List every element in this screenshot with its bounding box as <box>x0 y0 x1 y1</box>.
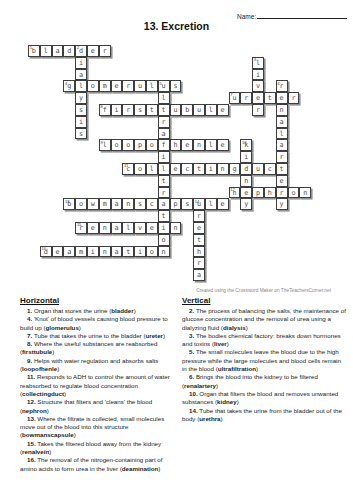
cell-letter: l <box>103 142 107 149</box>
cell-letter: a <box>162 131 166 138</box>
grid-cell[interactable]: v <box>252 80 264 92</box>
grid-cell[interactable]: a <box>158 198 170 210</box>
cell-letter: t <box>162 178 166 185</box>
cell-letter: t <box>150 107 154 114</box>
cell-letter: l <box>44 48 48 55</box>
grid-cell[interactable]: a <box>276 116 288 128</box>
grid-cell[interactable]: i <box>111 104 123 116</box>
grid-cell[interactable]: r <box>193 210 205 222</box>
cell-letter: b <box>185 107 189 114</box>
grid-cell[interactable]: g <box>229 163 241 175</box>
cell-letter: l <box>209 201 213 208</box>
grid-cell[interactable]: p <box>134 139 146 151</box>
grid-cell[interactable]: 3l <box>252 57 264 69</box>
grid-cell[interactable]: p <box>170 198 182 210</box>
grid-cell[interactable]: n <box>170 222 182 234</box>
cell-letter: o <box>126 142 130 149</box>
grid-cell[interactable]: l <box>146 163 158 175</box>
grid-cell[interactable]: r <box>158 116 170 128</box>
cell-letter: i <box>79 119 83 126</box>
grid-cell[interactable]: e <box>276 92 288 104</box>
clue-number: 9 <box>100 141 102 145</box>
cell-letter: i <box>138 249 142 256</box>
clue-item: 4. 'Knot' of blood vessels causing blood… <box>20 315 178 332</box>
grid-cell[interactable]: t <box>122 246 134 258</box>
clue-number: 16 <box>41 247 45 251</box>
clue-item: 16. The removal of the nitrogen-containi… <box>20 456 178 473</box>
cell-letter: n <box>221 166 225 173</box>
grid-cell[interactable]: t <box>158 104 170 116</box>
cell-letter: r <box>126 107 130 114</box>
cell-letter: e <box>91 225 95 232</box>
cell-letter: m <box>79 249 83 256</box>
grid-cell[interactable]: m <box>75 246 87 258</box>
grid-cell[interactable]: i <box>240 151 252 163</box>
horizontal-clues: Horizontal 1. Organ that stores the urin… <box>20 296 178 473</box>
grid-cell[interactable]: t <box>158 175 170 187</box>
cell-letter: o <box>291 190 295 197</box>
grid-cell[interactable]: l <box>158 163 170 175</box>
grid-cell[interactable]: c <box>181 163 193 175</box>
cell-letter: u <box>138 83 142 90</box>
grid-cell[interactable]: p <box>252 187 264 199</box>
grid-cell[interactable]: c <box>146 198 158 210</box>
grid-cell[interactable]: 15r <box>75 222 87 234</box>
cell-letter: t <box>162 213 166 220</box>
cell-letter: h <box>173 142 177 149</box>
grid-cell[interactable]: v <box>134 222 146 234</box>
clue-item: 9. Helps with water regulation and absor… <box>20 357 178 374</box>
grid-cell[interactable]: i <box>87 246 99 258</box>
cell-letter: l <box>280 131 284 138</box>
cell-letter: o <box>91 83 95 90</box>
grid-cell[interactable]: l <box>205 198 217 210</box>
cell-letter: f <box>162 142 166 149</box>
grid-cell[interactable]: e <box>170 163 182 175</box>
grid-cell[interactable]: i <box>158 151 170 163</box>
grid-cell[interactable]: o <box>122 139 134 151</box>
grid-cell[interactable]: s <box>75 104 87 116</box>
cell-letter: s <box>173 83 177 90</box>
cell-letter: e <box>221 107 225 114</box>
grid-cell[interactable]: e <box>87 45 99 57</box>
cell-letter: s <box>185 201 189 208</box>
grid-cell[interactable]: m <box>99 198 111 210</box>
grid-cell[interactable]: l <box>158 92 170 104</box>
grid-cell[interactable]: n <box>99 246 111 258</box>
grid-cell[interactable]: 10k <box>240 139 252 151</box>
grid-cell[interactable]: a <box>63 246 75 258</box>
cell-letter: e <box>221 142 225 149</box>
grid-cell[interactable]: i <box>75 116 87 128</box>
grid-cell[interactable]: 1b <box>28 45 40 57</box>
cell-letter: i <box>256 72 260 79</box>
grid-cell[interactable]: l <box>40 45 52 57</box>
clue-number: 7 <box>230 93 232 97</box>
clue-number: 2 <box>77 46 79 50</box>
cell-letter: r <box>103 48 107 55</box>
cell-letter: l <box>162 166 166 173</box>
cell-letter: n <box>162 249 166 256</box>
grid-cell[interactable]: 9l <box>99 139 111 151</box>
cell-letter: p <box>173 201 177 208</box>
cell-letter: t <box>280 166 284 173</box>
cell-letter: n <box>197 142 201 149</box>
cell-letter: s <box>79 131 83 138</box>
cell-letter: l <box>256 60 260 67</box>
clue-number: 1 <box>30 46 32 50</box>
cell-letter: l <box>150 166 154 173</box>
cell-letter: t <box>197 166 201 173</box>
cell-letter: n <box>244 178 248 185</box>
grid-cell[interactable]: e <box>217 104 229 116</box>
cell-letter: r <box>280 190 284 197</box>
grid-cell[interactable]: s <box>170 80 182 92</box>
grid-cell[interactable]: r <box>99 45 111 57</box>
clue-item: 1. Organ that stores the urine (bladder) <box>20 307 178 315</box>
name-label: Name: <box>237 13 256 20</box>
grid-cell[interactable]: e <box>217 139 229 151</box>
cell-letter: e <box>114 83 118 90</box>
cell-letter: r <box>162 119 166 126</box>
cell-letter: n <box>303 190 307 197</box>
cell-letter: e <box>173 166 177 173</box>
grid-cell[interactable]: o <box>87 80 99 92</box>
grid-cell[interactable]: l <box>205 104 217 116</box>
cell-letter: n <box>280 107 284 114</box>
grid-cell[interactable]: d <box>240 163 252 175</box>
cell-letter: g <box>232 166 236 173</box>
cell-letter: n <box>103 225 107 232</box>
grid-cell[interactable]: o <box>146 139 158 151</box>
clue-number: 10 <box>242 141 246 145</box>
grid-cell[interactable]: e <box>252 92 264 104</box>
cell-letter: r <box>280 83 284 90</box>
grid-cell[interactable]: e <box>240 187 252 199</box>
cell-letter: i <box>162 225 166 232</box>
grid-cell[interactable]: 7u <box>229 92 241 104</box>
grid-cell[interactable]: 5u <box>158 80 170 92</box>
cell-letter: e <box>256 95 260 102</box>
grid-cell[interactable]: y <box>75 92 87 104</box>
cell-letter: a <box>55 48 59 55</box>
grid-cell[interactable]: e <box>52 246 64 258</box>
grid-cell[interactable]: a <box>52 45 64 57</box>
cell-letter: l <box>79 83 83 90</box>
grid-cell[interactable]: r <box>276 151 288 163</box>
cell-letter: l <box>150 83 154 90</box>
cell-letter: e <box>280 178 284 185</box>
vertical-clues: Vertical 2. The process of balancing the… <box>182 296 346 473</box>
grid-cell[interactable]: c <box>264 163 276 175</box>
grid-cell[interactable]: t <box>193 163 205 175</box>
cell-letter: e <box>91 48 95 55</box>
cell-letter: e <box>244 190 248 197</box>
grid-cell[interactable]: n <box>276 104 288 116</box>
clue-item: 8. Where the useful substances are reabs… <box>20 340 178 357</box>
grid-cell[interactable]: n <box>240 175 252 187</box>
grid-cell[interactable]: o <box>75 198 87 210</box>
grid-cell[interactable]: b <box>181 104 193 116</box>
grid-cell[interactable]: e <box>111 80 123 92</box>
cell-letter: w <box>91 201 95 208</box>
cell-letter: e <box>221 201 225 208</box>
clue-number: 4 <box>65 82 67 86</box>
crossword-grid: 1blad2deri3lai4glomerul5usv6ryl7ureters8… <box>28 45 311 281</box>
cell-letter: h <box>197 249 201 256</box>
grid-cell[interactable]: r <box>193 257 205 269</box>
cell-letter: m <box>103 83 107 90</box>
grid-cell[interactable]: 11c <box>122 163 134 175</box>
grid-cell[interactable]: s <box>181 198 193 210</box>
grid-cell[interactable]: 8f <box>99 104 111 116</box>
cell-letter: p <box>256 190 260 197</box>
grid-cell[interactable]: i <box>252 69 264 81</box>
grid-cell[interactable]: e <box>276 175 288 187</box>
grid-cell[interactable]: l <box>276 128 288 140</box>
cell-letter: y <box>79 95 83 102</box>
cell-letter: v <box>138 225 142 232</box>
grid-cell[interactable]: y <box>276 198 288 210</box>
grid-cell[interactable]: 14u <box>193 198 205 210</box>
cell-letter: l <box>126 225 130 232</box>
grid-cell[interactable]: n <box>122 198 134 210</box>
grid-cell[interactable]: t <box>158 210 170 222</box>
cell-letter: a <box>280 142 284 149</box>
grid-cell[interactable]: t <box>193 234 205 246</box>
grid-cell[interactable]: r <box>158 187 170 199</box>
grid-cell[interactable]: t <box>276 163 288 175</box>
grid-cell[interactable]: y <box>240 198 252 210</box>
cell-letter: l <box>209 142 213 149</box>
grid-cell[interactable]: h <box>170 139 182 151</box>
cell-letter: c <box>150 201 154 208</box>
cell-letter: i <box>79 60 83 67</box>
cell-letter: b <box>32 48 36 55</box>
cell-letter: n <box>173 225 177 232</box>
grid-cell[interactable]: o <box>134 163 146 175</box>
name-blank-line <box>257 12 347 19</box>
cell-letter: s <box>138 107 142 114</box>
grid-cell[interactable]: u <box>170 104 182 116</box>
grid-cell[interactable]: a <box>111 198 123 210</box>
cell-letter: r <box>256 107 260 114</box>
grid-cell[interactable]: r <box>122 80 134 92</box>
cell-letter: a <box>67 249 71 256</box>
grid-cell[interactable]: a <box>111 246 123 258</box>
grid-cell[interactable]: a <box>193 269 205 281</box>
clue-item: 10. Organ that filters the blood and rem… <box>182 390 346 407</box>
cell-letter: y <box>244 201 248 208</box>
grid-cell[interactable]: d <box>63 45 75 57</box>
grid-cell[interactable]: 12n <box>229 187 241 199</box>
cell-letter: d <box>79 48 83 55</box>
grid-cell[interactable]: t <box>146 104 158 116</box>
grid-cell[interactable]: o <box>146 246 158 258</box>
grid-cell[interactable]: l <box>75 80 87 92</box>
grid-cell[interactable]: e <box>146 222 158 234</box>
cell-letter: u <box>197 107 201 114</box>
grid-cell[interactable]: 16d <box>40 246 52 258</box>
grid-cell[interactable]: i <box>134 246 146 258</box>
clue-number: 15 <box>77 223 81 227</box>
cell-letter: v <box>256 83 260 90</box>
cell-letter: e <box>280 95 284 102</box>
cell-letter: i <box>91 249 95 256</box>
cell-letter: o <box>150 142 154 149</box>
clue-number: 5 <box>159 82 161 86</box>
cell-letter: u <box>173 107 177 114</box>
cell-letter: o <box>138 166 142 173</box>
clue-item: 5. The small molecules leave the blood d… <box>182 348 346 373</box>
cell-letter: f <box>103 107 107 114</box>
clue-item: 12. Structure that filters and 'cleans' … <box>20 398 178 415</box>
cell-letter: r <box>162 190 166 197</box>
clue-item: 3. The bodies chemical factory: breaks d… <box>182 332 346 349</box>
cell-letter: e <box>150 225 154 232</box>
cell-letter: y <box>280 201 284 208</box>
cell-letter: a <box>114 225 118 232</box>
credit-line: Created using the Crossword Maker on The… <box>196 288 331 293</box>
grid-cell[interactable]: h <box>264 187 276 199</box>
grid-cell[interactable]: a <box>111 222 123 234</box>
cell-letter: l <box>209 107 213 114</box>
grid-cell[interactable]: f <box>158 139 170 151</box>
grid-cell[interactable]: l <box>122 222 134 234</box>
cell-letter: a <box>114 201 118 208</box>
grid-cell[interactable]: a <box>276 139 288 151</box>
clue-item: 11. Responds to ADH to control the amoun… <box>20 373 178 398</box>
grid-cell[interactable]: e <box>87 222 99 234</box>
grid-cell[interactable]: e <box>181 139 193 151</box>
grid-cell[interactable]: o <box>158 234 170 246</box>
cell-letter: c <box>185 166 189 173</box>
cell-letter: d <box>244 166 248 173</box>
page-title: 13. Excretion <box>0 20 353 32</box>
cell-letter: r <box>197 260 201 267</box>
clue-section: Horizontal 1. Organ that stores the urin… <box>20 296 346 473</box>
cell-letter: u <box>232 95 236 102</box>
clue-item: 2. The process of balancing the salts, t… <box>182 307 346 332</box>
clue-item: 6. Brings the blood into the kidney to b… <box>182 373 346 390</box>
cell-letter: t <box>162 107 166 114</box>
cell-letter: a <box>114 249 118 256</box>
cell-letter: o <box>79 201 83 208</box>
grid-cell[interactable]: m <box>99 80 111 92</box>
cell-letter: m <box>103 201 107 208</box>
cell-letter: r <box>280 154 284 161</box>
cell-letter: r <box>244 95 248 102</box>
grid-cell[interactable]: a <box>75 69 87 81</box>
cell-letter: i <box>209 166 213 173</box>
cell-letter: o <box>162 237 166 244</box>
grid-cell[interactable]: r <box>122 104 134 116</box>
grid-cell[interactable]: w <box>87 198 99 210</box>
cell-letter: a <box>197 272 201 279</box>
cell-letter: a <box>79 72 83 79</box>
grid-cell[interactable]: s <box>134 198 146 210</box>
name-field: Name: <box>237 12 347 20</box>
cell-letter: l <box>162 95 166 102</box>
grid-cell[interactable]: r <box>240 92 252 104</box>
cell-letter: a <box>162 201 166 208</box>
grid-cell[interactable]: 2d <box>75 45 87 57</box>
clue-item: 7. Tube that takes the urine to the blad… <box>20 332 178 340</box>
cell-letter: e <box>197 225 201 232</box>
grid-cell[interactable]: s <box>134 104 146 116</box>
cell-letter: t <box>268 95 272 102</box>
grid-cell[interactable]: i <box>158 222 170 234</box>
grid-cell[interactable]: r <box>276 187 288 199</box>
clue-item: 14. Tube that takes the urine from the b… <box>182 407 346 424</box>
cell-letter: i <box>114 107 118 114</box>
cell-letter: u <box>162 83 166 90</box>
grid-cell[interactable]: u <box>252 163 264 175</box>
clue-number: 14 <box>195 200 199 204</box>
grid-cell[interactable]: h <box>193 246 205 258</box>
clue-number: 12 <box>230 188 234 192</box>
cell-letter: n <box>103 249 107 256</box>
clue-number: 11 <box>124 164 128 168</box>
grid-cell[interactable]: t <box>264 92 276 104</box>
grid-cell[interactable]: n <box>299 187 311 199</box>
grid-cell[interactable]: l <box>205 139 217 151</box>
horizontal-heading: Horizontal <box>20 296 178 305</box>
grid-cell[interactable]: n <box>217 163 229 175</box>
clue-number: 6 <box>277 82 279 86</box>
cell-letter: p <box>138 142 142 149</box>
grid-cell[interactable]: o <box>288 187 300 199</box>
cell-letter: d <box>67 48 71 55</box>
grid-cell[interactable]: 13b <box>63 198 75 210</box>
cell-letter: s <box>79 107 83 114</box>
cell-letter: e <box>55 249 59 256</box>
grid-cell[interactable]: r <box>288 92 300 104</box>
grid-cell[interactable]: u <box>193 104 205 116</box>
grid-cell[interactable]: a <box>158 128 170 140</box>
grid-cell[interactable]: e <box>217 198 229 210</box>
grid-cell[interactable]: 4g <box>63 80 75 92</box>
vertical-clue-list: 2. The process of balancing the salts, t… <box>182 307 346 423</box>
cell-letter: r <box>197 213 201 220</box>
clue-item: 15. Takes the filtered blood away from t… <box>20 440 178 457</box>
grid-cell[interactable]: i <box>75 57 87 69</box>
grid-cell[interactable]: u <box>134 80 146 92</box>
grid-cell[interactable]: o <box>111 139 123 151</box>
cell-letter: a <box>280 119 284 126</box>
cell-letter: s <box>138 201 142 208</box>
cell-letter: o <box>150 249 154 256</box>
grid-cell[interactable]: l <box>146 80 158 92</box>
cell-letter: i <box>162 154 166 161</box>
grid-cell[interactable]: i <box>205 163 217 175</box>
grid-cell[interactable]: 6r <box>276 80 288 92</box>
grid-cell[interactable]: n <box>99 222 111 234</box>
cell-letter: e <box>185 142 189 149</box>
grid-cell[interactable]: r <box>252 104 264 116</box>
clue-number: 3 <box>254 58 256 62</box>
vertical-heading: Vertical <box>182 296 346 305</box>
cell-letter: t <box>126 249 130 256</box>
horizontal-clue-list: 1. Organ that stores the urine (bladder)… <box>20 307 178 473</box>
grid-cell[interactable]: n <box>193 139 205 151</box>
grid-cell[interactable]: s <box>75 128 87 140</box>
cell-letter: t <box>197 237 201 244</box>
grid-cell[interactable]: n <box>158 246 170 258</box>
grid-cell[interactable]: e <box>193 222 205 234</box>
cell-letter: c <box>268 166 272 173</box>
cell-letter: r <box>291 95 295 102</box>
